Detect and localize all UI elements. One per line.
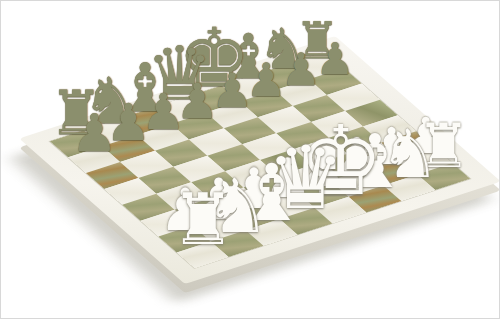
piece-white-rook[interactable]: ♜	[153, 183, 253, 254]
chess-board: ♜♟♟♜♞♟♟♞♝♟♟♝♚♟♟♚♛♟♟♛♝♟♟♝♞♟♟♞♜♟♟♜	[19, 36, 500, 284]
piece-green-pawn[interactable]: ♟	[50, 107, 138, 159]
square-a1[interactable]: ♜	[177, 241, 230, 268]
product-photo: ♜♟♟♜♞♟♟♞♝♟♟♝♚♟♟♚♛♟♟♛♝♟♟♝♞♟♟♞♜♟♟♜	[0, 0, 500, 319]
